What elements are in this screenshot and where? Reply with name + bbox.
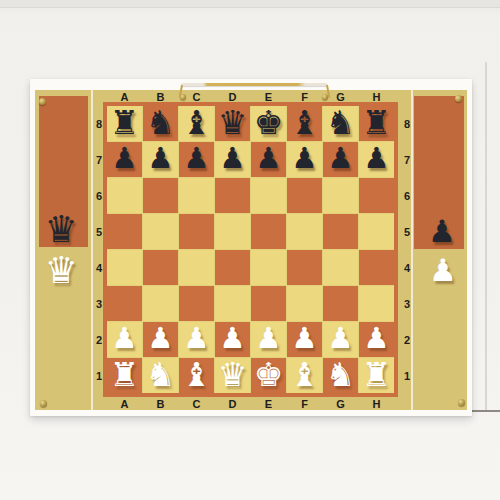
piece-white-rook: ♜ <box>110 357 140 392</box>
rank-label-6: 6 <box>401 178 413 213</box>
piece-white-pawn: ♟ <box>328 321 354 356</box>
square-f1[interactable]: ♝ <box>287 358 322 393</box>
square-b2[interactable]: ♟ <box>143 322 178 357</box>
square-d2[interactable]: ♟ <box>215 322 250 357</box>
square-a4[interactable] <box>107 250 142 285</box>
square-a6[interactable] <box>107 178 142 213</box>
file-label-b: B <box>143 397 178 410</box>
piece-white-pawn: ♟ <box>148 321 174 356</box>
square-d3[interactable] <box>215 286 250 321</box>
file-labels-bottom: ABCDEFGH <box>107 397 394 410</box>
board-print-area: ABCDEFGH ABCDEFGH 87654321 87654321 ♜♞♝♛… <box>35 90 467 410</box>
square-e6[interactable] <box>251 178 286 213</box>
piece-white-queen: ♛ <box>218 357 248 392</box>
rank-labels-right: 87654321 <box>401 106 413 393</box>
square-c6[interactable] <box>179 178 214 213</box>
square-b8[interactable]: ♞ <box>143 106 178 141</box>
square-f2[interactable]: ♟ <box>287 322 322 357</box>
piece-white-bishop: ♝ <box>290 357 320 392</box>
square-a7[interactable]: ♟ <box>107 142 142 177</box>
piece-black-bishop: ♝ <box>290 105 320 140</box>
square-e5[interactable] <box>251 214 286 249</box>
file-label-g: G <box>323 397 358 410</box>
square-g2[interactable]: ♟ <box>323 322 358 357</box>
square-h8[interactable]: ♜ <box>359 106 394 141</box>
piece-white-rook: ♜ <box>362 357 392 392</box>
chess-grid: ♜♞♝♛♚♝♞♜♟♟♟♟♟♟♟♟♟♟♟♟♟♟♟♟♜♞♝♛♚♝♞♜ <box>107 106 394 393</box>
file-label-h: H <box>359 397 394 410</box>
square-h4[interactable] <box>359 250 394 285</box>
square-e8[interactable]: ♚ <box>251 106 286 141</box>
square-d6[interactable] <box>215 178 250 213</box>
piece-black-pawn: ♟ <box>112 141 138 176</box>
square-f4[interactable] <box>287 250 322 285</box>
square-c1[interactable]: ♝ <box>179 358 214 393</box>
square-d5[interactable] <box>215 214 250 249</box>
piece-white-pawn: ♟ <box>184 321 210 356</box>
file-label-c: C <box>179 397 214 410</box>
ledge-shadow-line <box>470 410 500 412</box>
square-e3[interactable] <box>251 286 286 321</box>
piece-white-pawn: ♟ <box>112 321 138 356</box>
rank-label-7: 7 <box>401 142 413 177</box>
square-g1[interactable]: ♞ <box>323 358 358 393</box>
square-c2[interactable]: ♟ <box>179 322 214 357</box>
rank-label-8: 8 <box>401 106 413 141</box>
square-e4[interactable] <box>251 250 286 285</box>
square-b7[interactable]: ♟ <box>143 142 178 177</box>
file-label-f: F <box>287 397 322 410</box>
tray-piece-black-pawn[interactable]: ♟ <box>427 214 457 248</box>
square-d4[interactable] <box>215 250 250 285</box>
square-g8[interactable]: ♞ <box>323 106 358 141</box>
square-b5[interactable] <box>143 214 178 249</box>
square-g7[interactable]: ♟ <box>323 142 358 177</box>
square-e1[interactable]: ♚ <box>251 358 286 393</box>
square-d1[interactable]: ♛ <box>215 358 250 393</box>
board-frame: ♜♞♝♛♚♝♞♜♟♟♟♟♟♟♟♟♟♟♟♟♟♟♟♟♜♞♝♛♚♝♞♜ <box>103 102 398 397</box>
piece-black-bishop: ♝ <box>182 105 212 140</box>
piece-white-pawn: ♟ <box>256 321 282 356</box>
piece-white-knight: ♞ <box>146 357 176 392</box>
square-h3[interactable] <box>359 286 394 321</box>
square-g5[interactable] <box>323 214 358 249</box>
demonstration-board: ABCDEFGH ABCDEFGH 87654321 87654321 ♜♞♝♛… <box>30 79 472 416</box>
square-a8[interactable]: ♜ <box>107 106 142 141</box>
square-h5[interactable] <box>359 214 394 249</box>
square-e7[interactable]: ♟ <box>251 142 286 177</box>
piece-black-pawn: ♟ <box>364 141 390 176</box>
file-label-d: D <box>215 397 250 410</box>
wall-top-band <box>0 0 500 8</box>
hanging-cord <box>181 83 327 86</box>
square-h7[interactable]: ♟ <box>359 142 394 177</box>
square-f5[interactable] <box>287 214 322 249</box>
square-a1[interactable]: ♜ <box>107 358 142 393</box>
square-h6[interactable] <box>359 178 394 213</box>
square-f3[interactable] <box>287 286 322 321</box>
square-g3[interactable] <box>323 286 358 321</box>
square-c3[interactable] <box>179 286 214 321</box>
piece-white-bishop: ♝ <box>182 357 212 392</box>
eyelet <box>455 95 462 102</box>
demo-board-photo: ABCDEFGH ABCDEFGH 87654321 87654321 ♜♞♝♛… <box>0 0 500 500</box>
piece-black-pawn: ♟ <box>148 141 174 176</box>
square-b3[interactable] <box>143 286 178 321</box>
square-a2[interactable]: ♟ <box>107 322 142 357</box>
square-f7[interactable]: ♟ <box>287 142 322 177</box>
square-h2[interactable]: ♟ <box>359 322 394 357</box>
square-d8[interactable]: ♛ <box>215 106 250 141</box>
square-a3[interactable] <box>107 286 142 321</box>
square-c8[interactable]: ♝ <box>179 106 214 141</box>
eyelet <box>458 399 465 406</box>
eyelet <box>40 400 47 407</box>
tray-piece-white-pawn[interactable]: ♟ <box>428 253 458 287</box>
piece-white-knight: ♞ <box>326 357 356 392</box>
piece-black-pawn: ♟ <box>220 141 246 176</box>
square-b4[interactable] <box>143 250 178 285</box>
piece-white-pawn: ♟ <box>292 321 318 356</box>
square-g4[interactable] <box>323 250 358 285</box>
rank-label-1: 1 <box>401 358 413 393</box>
square-b6[interactable] <box>143 178 178 213</box>
piece-black-pawn: ♟ <box>256 141 282 176</box>
square-c5[interactable] <box>179 214 214 249</box>
square-d7[interactable]: ♟ <box>215 142 250 177</box>
rank-label-4: 4 <box>401 250 413 285</box>
piece-white-pawn: ♟ <box>220 321 246 356</box>
square-a5[interactable] <box>107 214 142 249</box>
square-f6[interactable] <box>287 178 322 213</box>
rank-label-2: 2 <box>401 322 413 357</box>
square-c7[interactable]: ♟ <box>179 142 214 177</box>
rank-label-3: 3 <box>401 286 413 321</box>
wall-edge-line <box>485 62 487 412</box>
piece-black-king: ♚ <box>254 105 284 140</box>
piece-black-knight: ♞ <box>146 105 176 140</box>
square-c4[interactable] <box>179 250 214 285</box>
piece-black-queen: ♛ <box>218 105 248 140</box>
piece-white-pawn: ♟ <box>364 321 390 356</box>
tray-piece-black-queen[interactable]: ♛ <box>41 209 81 249</box>
square-e2[interactable]: ♟ <box>251 322 286 357</box>
piece-black-rook: ♜ <box>362 105 392 140</box>
piece-black-rook: ♜ <box>110 105 140 140</box>
eyelet <box>39 98 46 105</box>
piece-white-king: ♚ <box>254 357 284 392</box>
square-g6[interactable] <box>323 178 358 213</box>
square-b1[interactable]: ♞ <box>143 358 178 393</box>
square-f8[interactable]: ♝ <box>287 106 322 141</box>
piece-black-pawn: ♟ <box>292 141 318 176</box>
piece-black-pawn: ♟ <box>184 141 210 176</box>
piece-black-pawn: ♟ <box>328 141 354 176</box>
square-h1[interactable]: ♜ <box>359 358 394 393</box>
rank-label-5: 5 <box>401 214 413 249</box>
piece-black-knight: ♞ <box>326 105 356 140</box>
tray-piece-white-queen[interactable]: ♛ <box>41 250 81 290</box>
file-label-a: A <box>107 397 142 410</box>
file-label-e: E <box>251 397 286 410</box>
